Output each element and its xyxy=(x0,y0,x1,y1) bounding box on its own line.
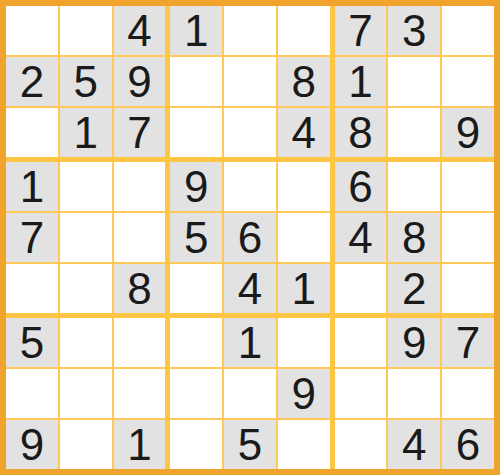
cell-r5c4: 5 xyxy=(170,213,222,262)
cell-r9c4[interactable] xyxy=(170,420,222,469)
cell-r7c2[interactable] xyxy=(60,318,112,367)
cell-r7c8: 9 xyxy=(388,318,440,367)
cell-r7c9: 7 xyxy=(442,318,494,367)
cell-r5c9[interactable] xyxy=(442,213,494,262)
cell-r4c8[interactable] xyxy=(388,162,440,211)
box-r1c3: 73189 xyxy=(335,6,494,157)
cell-r6c4[interactable] xyxy=(170,264,222,313)
cell-r3c6: 4 xyxy=(278,108,330,157)
cell-r1c2[interactable] xyxy=(60,6,112,55)
cell-r7c7[interactable] xyxy=(335,318,387,367)
cell-r1c6[interactable] xyxy=(278,6,330,55)
cell-r5c1: 7 xyxy=(6,213,58,262)
cell-r8c2[interactable] xyxy=(60,369,112,418)
cell-r8c9[interactable] xyxy=(442,369,494,418)
cell-r4c3[interactable] xyxy=(114,162,166,211)
cell-r2c6: 8 xyxy=(278,57,330,106)
cell-r2c1: 2 xyxy=(6,57,58,106)
cell-r1c5[interactable] xyxy=(224,6,276,55)
cell-r4c9[interactable] xyxy=(442,162,494,211)
cell-r5c8: 8 xyxy=(388,213,440,262)
cell-r2c2: 5 xyxy=(60,57,112,106)
cell-r6c3: 8 xyxy=(114,264,166,313)
cell-r1c4: 1 xyxy=(170,6,222,55)
cell-r4c4: 9 xyxy=(170,162,222,211)
cell-r6c6: 1 xyxy=(278,264,330,313)
cell-r1c9[interactable] xyxy=(442,6,494,55)
cell-r3c3: 7 xyxy=(114,108,166,157)
cell-r6c8: 2 xyxy=(388,264,440,313)
cell-r3c9: 9 xyxy=(442,108,494,157)
cell-r2c4[interactable] xyxy=(170,57,222,106)
cell-r5c3[interactable] xyxy=(114,213,166,262)
box-r2c2: 95641 xyxy=(170,162,329,313)
cell-r5c2[interactable] xyxy=(60,213,112,262)
cell-r7c1: 5 xyxy=(6,318,58,367)
cell-r5c7: 4 xyxy=(335,213,387,262)
cell-r6c7[interactable] xyxy=(335,264,387,313)
sudoku-board: 425917 184 73189 178 95641 6482 591 195 … xyxy=(0,0,500,475)
cell-r2c7: 1 xyxy=(335,57,387,106)
cell-r9c6[interactable] xyxy=(278,420,330,469)
cell-r3c1[interactable] xyxy=(6,108,58,157)
cell-r8c4[interactable] xyxy=(170,369,222,418)
cell-r8c8[interactable] xyxy=(388,369,440,418)
cell-r7c5: 1 xyxy=(224,318,276,367)
cell-r3c2: 1 xyxy=(60,108,112,157)
cell-r2c5[interactable] xyxy=(224,57,276,106)
cell-r4c6[interactable] xyxy=(278,162,330,211)
cell-r3c7: 8 xyxy=(335,108,387,157)
cell-r8c7[interactable] xyxy=(335,369,387,418)
cell-r9c8: 4 xyxy=(388,420,440,469)
cell-r4c5[interactable] xyxy=(224,162,276,211)
cell-r4c1: 1 xyxy=(6,162,58,211)
cell-r5c6[interactable] xyxy=(278,213,330,262)
cell-r7c3[interactable] xyxy=(114,318,166,367)
cell-r8c6: 9 xyxy=(278,369,330,418)
cell-r9c1: 9 xyxy=(6,420,58,469)
cell-r8c3[interactable] xyxy=(114,369,166,418)
cell-r4c7: 6 xyxy=(335,162,387,211)
cell-r3c4[interactable] xyxy=(170,108,222,157)
cell-r9c3: 1 xyxy=(114,420,166,469)
cell-r3c8[interactable] xyxy=(388,108,440,157)
cell-r9c9: 6 xyxy=(442,420,494,469)
box-r1c2: 184 xyxy=(170,6,329,157)
cell-r1c3: 4 xyxy=(114,6,166,55)
cell-r9c7[interactable] xyxy=(335,420,387,469)
cell-r1c7: 7 xyxy=(335,6,387,55)
cell-r7c6[interactable] xyxy=(278,318,330,367)
cell-r6c5: 4 xyxy=(224,264,276,313)
cell-r8c1[interactable] xyxy=(6,369,58,418)
cell-r9c5: 5 xyxy=(224,420,276,469)
cell-r4c2[interactable] xyxy=(60,162,112,211)
cell-r1c1[interactable] xyxy=(6,6,58,55)
cell-r6c1[interactable] xyxy=(6,264,58,313)
cell-r5c5: 6 xyxy=(224,213,276,262)
cell-r3c5[interactable] xyxy=(224,108,276,157)
cell-r6c9[interactable] xyxy=(442,264,494,313)
box-r3c3: 9746 xyxy=(335,318,494,469)
cell-r9c2[interactable] xyxy=(60,420,112,469)
cell-r8c5[interactable] xyxy=(224,369,276,418)
box-r3c2: 195 xyxy=(170,318,329,469)
box-r2c1: 178 xyxy=(6,162,165,313)
box-r2c3: 6482 xyxy=(335,162,494,313)
cell-r2c8[interactable] xyxy=(388,57,440,106)
cell-r6c2[interactable] xyxy=(60,264,112,313)
cell-r1c8: 3 xyxy=(388,6,440,55)
cell-r7c4[interactable] xyxy=(170,318,222,367)
box-r1c1: 425917 xyxy=(6,6,165,157)
cell-r2c9[interactable] xyxy=(442,57,494,106)
box-r3c1: 591 xyxy=(6,318,165,469)
cell-r2c3: 9 xyxy=(114,57,166,106)
